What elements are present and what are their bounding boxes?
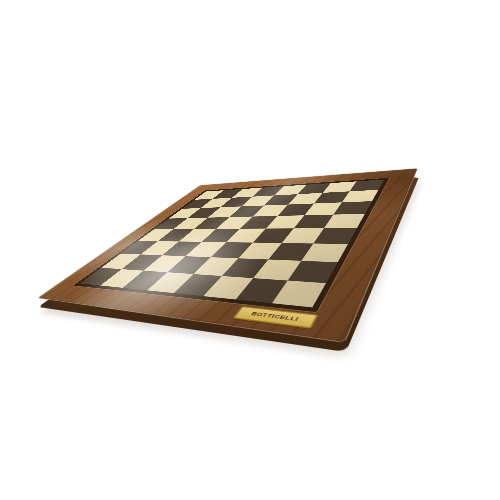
photo-background: BOTTICELLI [0, 0, 500, 500]
brand-plaque-label: BOTTICELLI [248, 309, 302, 325]
